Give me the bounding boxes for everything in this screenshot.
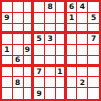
cell-r6c2[interactable]: 6 <box>13 56 24 67</box>
given-digit: 2 <box>80 79 85 87</box>
cell-r7c6[interactable]: 1 <box>56 67 67 78</box>
cell-r3c1[interactable] <box>2 24 13 35</box>
cell-r8c1[interactable] <box>2 77 13 88</box>
cell-r1c8[interactable]: 4 <box>77 2 88 13</box>
given-digit: 9 <box>37 90 42 98</box>
given-digit: 6 <box>69 3 74 11</box>
cell-r3c8[interactable] <box>77 24 88 35</box>
cell-r4c9[interactable]: 7 <box>88 34 99 45</box>
cell-r6c9[interactable] <box>88 56 99 67</box>
cell-r9c2[interactable] <box>13 88 24 99</box>
given-digit: 9 <box>25 46 30 54</box>
cell-r9c4[interactable]: 9 <box>34 88 45 99</box>
cell-r9c7[interactable] <box>67 88 78 99</box>
cell-r8c5[interactable] <box>45 77 56 88</box>
cell-r9c9[interactable] <box>88 88 99 99</box>
cell-r5c5[interactable] <box>45 45 56 56</box>
cell-r1c1[interactable] <box>2 2 13 13</box>
cell-r2c7[interactable]: 1 <box>67 13 78 24</box>
cell-r3c9[interactable] <box>88 24 99 35</box>
cell-r2c9[interactable]: 5 <box>88 13 99 24</box>
given-digit: 9 <box>4 14 9 22</box>
cell-r2c3[interactable] <box>24 13 35 24</box>
given-digit: 7 <box>91 35 96 43</box>
cell-r1c4[interactable] <box>34 2 45 13</box>
given-digit: 6 <box>15 56 20 64</box>
cell-r9c6[interactable] <box>56 88 67 99</box>
cell-r7c3[interactable] <box>24 67 35 78</box>
cell-r7c9[interactable] <box>88 67 99 78</box>
cell-r5c6[interactable] <box>56 45 67 56</box>
cell-r7c1[interactable] <box>2 67 13 78</box>
cell-r7c5[interactable] <box>45 67 56 78</box>
cell-r4c2[interactable] <box>13 34 24 45</box>
given-digit: 4 <box>80 3 85 11</box>
cell-r9c3[interactable] <box>24 88 35 99</box>
cell-r6c7[interactable] <box>67 56 78 67</box>
cell-r4c7[interactable] <box>67 34 78 45</box>
cell-r6c3[interactable] <box>24 56 35 67</box>
given-digit: 8 <box>47 3 52 11</box>
cell-r3c6[interactable] <box>56 24 67 35</box>
cell-r8c6[interactable] <box>56 77 67 88</box>
cell-r3c7[interactable] <box>67 24 78 35</box>
given-digit: 1 <box>4 46 9 54</box>
cell-r6c1[interactable] <box>2 56 13 67</box>
cell-r4c8[interactable] <box>77 34 88 45</box>
cell-r1c6[interactable] <box>56 2 67 13</box>
cell-r6c8[interactable] <box>77 56 88 67</box>
cell-r2c8[interactable] <box>77 13 88 24</box>
given-digit: 3 <box>47 35 52 43</box>
cell-r9c5[interactable] <box>45 88 56 99</box>
cell-r5c7[interactable] <box>67 45 78 56</box>
cell-r5c1[interactable]: 1 <box>2 45 13 56</box>
cell-r1c3[interactable] <box>24 2 35 13</box>
cell-r5c3[interactable]: 9 <box>24 45 35 56</box>
cell-r1c7[interactable]: 6 <box>67 2 78 13</box>
cell-r7c8[interactable] <box>77 67 88 78</box>
cell-r3c2[interactable] <box>13 24 24 35</box>
cell-r5c9[interactable] <box>88 45 99 56</box>
cell-r1c9[interactable] <box>88 2 99 13</box>
cell-r2c2[interactable] <box>13 13 24 24</box>
cell-r8c4[interactable] <box>34 77 45 88</box>
cell-r1c2[interactable] <box>13 2 24 13</box>
cell-r7c2[interactable] <box>13 67 24 78</box>
cell-r6c6[interactable] <box>56 56 67 67</box>
cell-r3c4[interactable] <box>34 24 45 35</box>
cell-r9c1[interactable] <box>2 88 13 99</box>
given-digit: 5 <box>91 14 96 22</box>
cell-r4c4[interactable]: 5 <box>34 34 45 45</box>
cell-r4c3[interactable] <box>24 34 35 45</box>
given-digit: 7 <box>37 68 42 76</box>
cell-r2c1[interactable]: 9 <box>2 13 13 24</box>
cell-r5c8[interactable] <box>77 45 88 56</box>
cell-r6c4[interactable] <box>34 56 45 67</box>
given-digit: 8 <box>15 79 20 87</box>
cell-r6c5[interactable] <box>45 56 56 67</box>
cell-r4c6[interactable] <box>56 34 67 45</box>
cell-r7c7[interactable] <box>67 67 78 78</box>
cell-r2c4[interactable] <box>34 13 45 24</box>
cell-r3c3[interactable] <box>24 24 35 35</box>
cell-r4c5[interactable]: 3 <box>45 34 56 45</box>
cell-r8c7[interactable] <box>67 77 78 88</box>
cell-r8c3[interactable] <box>24 77 35 88</box>
cell-r1c5[interactable]: 8 <box>45 2 56 13</box>
cell-r3c5[interactable] <box>45 24 56 35</box>
cell-r8c2[interactable]: 8 <box>13 77 24 88</box>
given-digit: 1 <box>57 68 62 76</box>
cell-r2c6[interactable] <box>56 13 67 24</box>
given-digit: 5 <box>37 35 42 43</box>
cell-r7c4[interactable]: 7 <box>34 67 45 78</box>
cell-r4c1[interactable] <box>2 34 13 45</box>
sudoku-board: 86491553719671829 <box>0 0 101 101</box>
cell-r8c8[interactable]: 2 <box>77 77 88 88</box>
cell-r8c9[interactable] <box>88 77 99 88</box>
given-digit: 1 <box>69 14 74 22</box>
cell-r9c8[interactable] <box>77 88 88 99</box>
cell-r5c4[interactable] <box>34 45 45 56</box>
cell-r2c5[interactable] <box>45 13 56 24</box>
